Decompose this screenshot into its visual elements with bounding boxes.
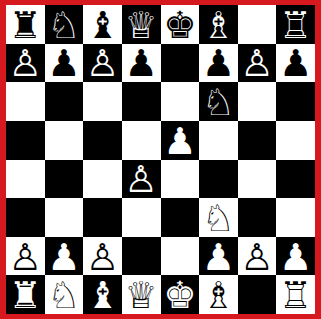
square-d1[interactable]: ♕ [122,275,161,314]
square-a3[interactable] [6,198,45,237]
square-h4[interactable] [276,160,315,199]
square-e6[interactable] [161,82,200,121]
white-knight: ♘ [47,277,80,314]
square-h5[interactable] [276,121,315,160]
square-g4[interactable] [238,160,277,199]
square-e5[interactable]: ♟ [161,121,200,160]
square-c3[interactable] [83,198,122,237]
square-c2[interactable]: ♙ [83,237,122,276]
square-g1[interactable] [238,275,277,314]
square-b6[interactable] [45,82,84,121]
square-f1[interactable]: ♗ [199,275,238,314]
square-e1[interactable]: ♚ [161,275,200,314]
white-bishop: ♗ [202,277,235,314]
square-f4[interactable] [199,160,238,199]
square-f6[interactable]: ♘ [199,82,238,121]
square-a5[interactable] [6,121,45,160]
square-g3[interactable] [238,198,277,237]
white-pawn: ♟ [279,239,312,276]
white-king: ♚ [163,277,196,314]
square-h6[interactable] [276,82,315,121]
square-c5[interactable] [83,121,122,160]
square-g2[interactable]: ♙ [238,237,277,276]
square-d8[interactable]: ♕ [122,5,161,44]
square-a7[interactable]: ♙ [6,44,45,83]
square-f7[interactable]: ♟ [199,44,238,83]
square-h3[interactable] [276,198,315,237]
square-a2[interactable]: ♙ [6,237,45,276]
square-e3[interactable] [161,198,200,237]
square-b5[interactable] [45,121,84,160]
square-h1[interactable]: ♖ [276,275,315,314]
square-a6[interactable] [6,82,45,121]
black-knight: ♘ [202,84,235,121]
square-f8[interactable]: ♗ [199,5,238,44]
square-d3[interactable] [122,198,161,237]
black-pawn: ♙ [86,45,119,82]
square-f5[interactable] [199,121,238,160]
white-pawn: ♟ [163,123,196,160]
white-rook: ♜ [9,277,42,314]
square-h8[interactable]: ♖ [276,5,315,44]
chessboard: ♜♘♝♕♚♗♖♙♟♙♟♟♙♟♘♟♙♘♙♟♙♟♙♟♜♘♝♕♚♗♖ [6,5,315,314]
black-pawn: ♟ [202,45,235,82]
square-c6[interactable] [83,82,122,121]
square-b1[interactable]: ♘ [45,275,84,314]
square-d7[interactable]: ♟ [122,44,161,83]
square-b7[interactable]: ♟ [45,44,84,83]
black-pawn: ♟ [279,45,312,82]
black-king: ♚ [163,7,196,44]
black-bishop: ♗ [202,7,235,44]
white-queen: ♕ [125,277,158,314]
black-knight: ♘ [47,7,80,44]
square-d2[interactable] [122,237,161,276]
square-b3[interactable] [45,198,84,237]
black-rook: ♖ [279,7,312,44]
square-e4[interactable] [161,160,200,199]
black-pawn: ♙ [9,45,42,82]
square-c8[interactable]: ♝ [83,5,122,44]
square-c4[interactable] [83,160,122,199]
square-d4[interactable]: ♙ [122,160,161,199]
square-b4[interactable] [45,160,84,199]
square-g7[interactable]: ♙ [238,44,277,83]
black-bishop: ♝ [86,7,119,44]
square-g6[interactable] [238,82,277,121]
square-g8[interactable] [238,5,277,44]
square-a4[interactable] [6,160,45,199]
white-knight: ♘ [202,200,235,237]
square-a8[interactable]: ♜ [6,5,45,44]
square-c1[interactable]: ♝ [83,275,122,314]
square-e2[interactable] [161,237,200,276]
square-c7[interactable]: ♙ [83,44,122,83]
white-pawn: ♟ [47,239,80,276]
black-pawn: ♙ [240,45,273,82]
square-g5[interactable] [238,121,277,160]
square-f2[interactable]: ♟ [199,237,238,276]
square-f3[interactable]: ♘ [199,198,238,237]
white-rook: ♖ [279,277,312,314]
white-pawn: ♙ [240,239,273,276]
black-queen: ♕ [125,7,158,44]
square-e8[interactable]: ♚ [161,5,200,44]
black-pawn: ♙ [125,161,158,198]
square-d5[interactable] [122,121,161,160]
square-e7[interactable] [161,44,200,83]
square-a1[interactable]: ♜ [6,275,45,314]
white-pawn: ♙ [86,239,119,276]
square-b2[interactable]: ♟ [45,237,84,276]
black-pawn: ♟ [47,45,80,82]
white-pawn: ♟ [202,239,235,276]
square-h2[interactable]: ♟ [276,237,315,276]
black-pawn: ♟ [125,45,158,82]
square-h7[interactable]: ♟ [276,44,315,83]
square-b8[interactable]: ♘ [45,5,84,44]
black-rook: ♜ [9,7,42,44]
chessboard-frame: ♜♘♝♕♚♗♖♙♟♙♟♟♙♟♘♟♙♘♙♟♙♟♙♟♜♘♝♕♚♗♖ [0,0,321,319]
white-bishop: ♝ [86,277,119,314]
white-pawn: ♙ [9,239,42,276]
square-d6[interactable] [122,82,161,121]
